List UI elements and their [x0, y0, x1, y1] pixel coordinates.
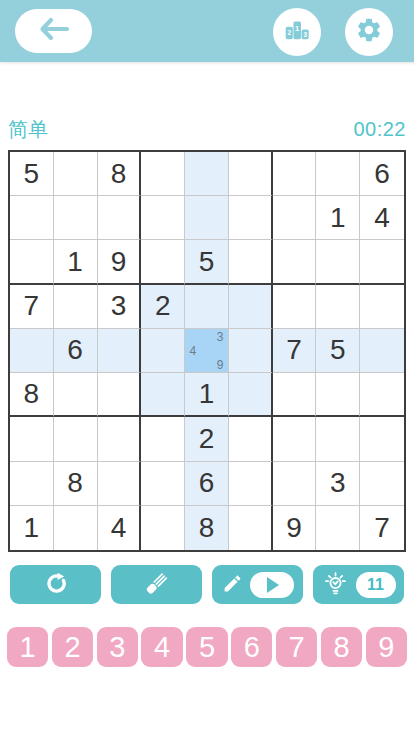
- cell-r1c2[interactable]: [54, 152, 98, 196]
- cell-r2c4[interactable]: [141, 196, 185, 240]
- cell-r9c2[interactable]: [54, 506, 98, 550]
- cell-r8c2[interactable]: 8: [54, 462, 98, 506]
- pencil-note-4: 4: [186, 344, 200, 358]
- cell-r7c4[interactable]: [141, 417, 185, 461]
- back-button[interactable]: [15, 9, 92, 53]
- cell-r6c3[interactable]: [98, 373, 142, 417]
- cell-r7c6[interactable]: [229, 417, 273, 461]
- sudoku-board: 5861419573263497581286314897: [8, 150, 406, 552]
- cell-r8c4[interactable]: [141, 462, 185, 506]
- cell-r8c5[interactable]: 6: [185, 462, 229, 506]
- pencil-notes-toggle-button[interactable]: [212, 565, 303, 604]
- cell-r2c5[interactable]: [185, 196, 229, 240]
- cell-r1c4[interactable]: [141, 152, 185, 196]
- cell-r9c4[interactable]: [141, 506, 185, 550]
- pencil-note-9: 9: [213, 358, 227, 372]
- cell-r2c8[interactable]: 1: [316, 196, 360, 240]
- cell-r9c7[interactable]: 9: [273, 506, 317, 550]
- cell-r2c9[interactable]: 4: [360, 196, 404, 240]
- cell-r1c6[interactable]: [229, 152, 273, 196]
- cell-r2c7[interactable]: [273, 196, 317, 240]
- pencil-note-3: 3: [213, 330, 227, 344]
- cell-r3c3[interactable]: 9: [98, 240, 142, 284]
- pencil-note-2: [200, 330, 214, 344]
- cell-r7c1[interactable]: [10, 417, 54, 461]
- numpad-button-9[interactable]: 9: [366, 627, 407, 667]
- pencil-note-5: [200, 344, 214, 358]
- cell-r2c3[interactable]: [98, 196, 142, 240]
- cell-r3c2[interactable]: 1: [54, 240, 98, 284]
- pencil-note-7: [186, 358, 200, 372]
- erase-button[interactable]: [111, 565, 202, 604]
- hint-button[interactable]: 11: [313, 565, 404, 604]
- cell-r4c3[interactable]: 3: [98, 285, 142, 329]
- numpad-button-6[interactable]: 6: [231, 627, 272, 667]
- cell-r8c8[interactable]: 3: [316, 462, 360, 506]
- lightbulb-icon: [322, 570, 349, 600]
- cell-r2c6[interactable]: [229, 196, 273, 240]
- cell-r6c5[interactable]: 1: [185, 373, 229, 417]
- cell-r7c8[interactable]: [316, 417, 360, 461]
- numpad-button-8[interactable]: 8: [321, 627, 362, 667]
- pencil-icon: [222, 573, 243, 597]
- sudoku-app-screen: 2 1 3 简单 00:22 5861419573263497581286314…: [0, 0, 414, 736]
- cell-r5c5[interactable]: 349: [185, 329, 229, 373]
- cell-r6c9[interactable]: [360, 373, 404, 417]
- cell-r6c6[interactable]: [229, 373, 273, 417]
- cell-r8c9[interactable]: [360, 462, 404, 506]
- cell-r8c1[interactable]: [10, 462, 54, 506]
- cell-r8c7[interactable]: [273, 462, 317, 506]
- numpad-button-4[interactable]: 4: [141, 627, 182, 667]
- cell-r9c8[interactable]: [316, 506, 360, 550]
- cell-r9c9[interactable]: 7: [360, 506, 404, 550]
- cell-r1c5[interactable]: [185, 152, 229, 196]
- back-arrow-icon: [36, 16, 72, 46]
- cell-r7c7[interactable]: [273, 417, 317, 461]
- cell-r8c6[interactable]: [229, 462, 273, 506]
- hint-count-badge: 11: [356, 572, 396, 598]
- cell-r6c7[interactable]: [273, 373, 317, 417]
- cell-r4c4[interactable]: 2: [141, 285, 185, 329]
- cell-r5c4[interactable]: [141, 329, 185, 373]
- number-pad: 123456789: [7, 627, 407, 667]
- cell-r4c9[interactable]: [360, 285, 404, 329]
- status-bar: 简单 00:22: [8, 116, 406, 143]
- cell-r6c8[interactable]: [316, 373, 360, 417]
- cell-r5c9[interactable]: [360, 329, 404, 373]
- cell-r5c6[interactable]: [229, 329, 273, 373]
- cell-r5c7[interactable]: 7: [273, 329, 317, 373]
- cell-r1c8[interactable]: [316, 152, 360, 196]
- cell-r5c2[interactable]: 6: [54, 329, 98, 373]
- restart-icon: [43, 570, 69, 599]
- header-bar: 2 1 3: [0, 0, 414, 62]
- pencil-note-8: [200, 358, 214, 372]
- cell-r7c3[interactable]: [98, 417, 142, 461]
- cell-r4c8[interactable]: [316, 285, 360, 329]
- numpad-button-2[interactable]: 2: [52, 627, 93, 667]
- podium-icon: 2 1 3: [283, 16, 311, 48]
- cell-r3c7[interactable]: [273, 240, 317, 284]
- cell-r6c2[interactable]: [54, 373, 98, 417]
- cell-r3c6[interactable]: [229, 240, 273, 284]
- svg-text:3: 3: [303, 31, 307, 38]
- cell-r1c7[interactable]: [273, 152, 317, 196]
- cell-r7c5[interactable]: 2: [185, 417, 229, 461]
- cell-r9c1[interactable]: 1: [10, 506, 54, 550]
- pencil-note-1: [186, 330, 200, 344]
- leaderboard-button[interactable]: 2 1 3: [273, 8, 321, 56]
- cell-r5c8[interactable]: 5: [316, 329, 360, 373]
- cell-r7c2[interactable]: [54, 417, 98, 461]
- cell-r6c4[interactable]: [141, 373, 185, 417]
- cell-r6c1[interactable]: 8: [10, 373, 54, 417]
- pencil-note-6: [213, 344, 227, 358]
- restart-button[interactable]: [10, 565, 101, 604]
- cell-r2c2[interactable]: [54, 196, 98, 240]
- cell-r5c3[interactable]: [98, 329, 142, 373]
- cell-r4c1[interactable]: 7: [10, 285, 54, 329]
- cell-r9c6[interactable]: [229, 506, 273, 550]
- cell-r3c1[interactable]: [10, 240, 54, 284]
- cell-r3c9[interactable]: [360, 240, 404, 284]
- cell-r9c3[interactable]: 4: [98, 506, 142, 550]
- play-triangle-icon: [267, 577, 279, 593]
- cell-r4c5[interactable]: [185, 285, 229, 329]
- cell-r4c2[interactable]: [54, 285, 98, 329]
- numpad-button-1[interactable]: 1: [7, 627, 48, 667]
- pencil-notes: 349: [186, 330, 227, 371]
- cell-r7c9[interactable]: [360, 417, 404, 461]
- numpad-button-7[interactable]: 7: [276, 627, 317, 667]
- numpad-button-5[interactable]: 5: [186, 627, 227, 667]
- cell-r3c4[interactable]: [141, 240, 185, 284]
- cell-r1c1[interactable]: 5: [10, 152, 54, 196]
- cell-r3c8[interactable]: [316, 240, 360, 284]
- cell-r5c1[interactable]: [10, 329, 54, 373]
- cell-r4c6[interactable]: [229, 285, 273, 329]
- eraser-icon: [143, 570, 170, 600]
- cell-r2c1[interactable]: [10, 196, 54, 240]
- settings-button[interactable]: [345, 8, 393, 56]
- cell-r3c5[interactable]: 5: [185, 240, 229, 284]
- game-timer: 00:22: [353, 118, 406, 141]
- cell-r4c7[interactable]: [273, 285, 317, 329]
- cell-r1c9[interactable]: 6: [360, 152, 404, 196]
- svg-text:1: 1: [295, 24, 299, 33]
- svg-text:2: 2: [287, 29, 291, 36]
- gear-icon: [355, 16, 383, 48]
- cell-r1c3[interactable]: 8: [98, 152, 142, 196]
- cell-r9c5[interactable]: 8: [185, 506, 229, 550]
- numpad-button-3[interactable]: 3: [97, 627, 138, 667]
- toolbar: 11: [10, 565, 404, 604]
- notes-mode-toggle[interactable]: [250, 572, 294, 598]
- difficulty-label: 简单: [8, 116, 48, 143]
- cell-r8c3[interactable]: [98, 462, 142, 506]
